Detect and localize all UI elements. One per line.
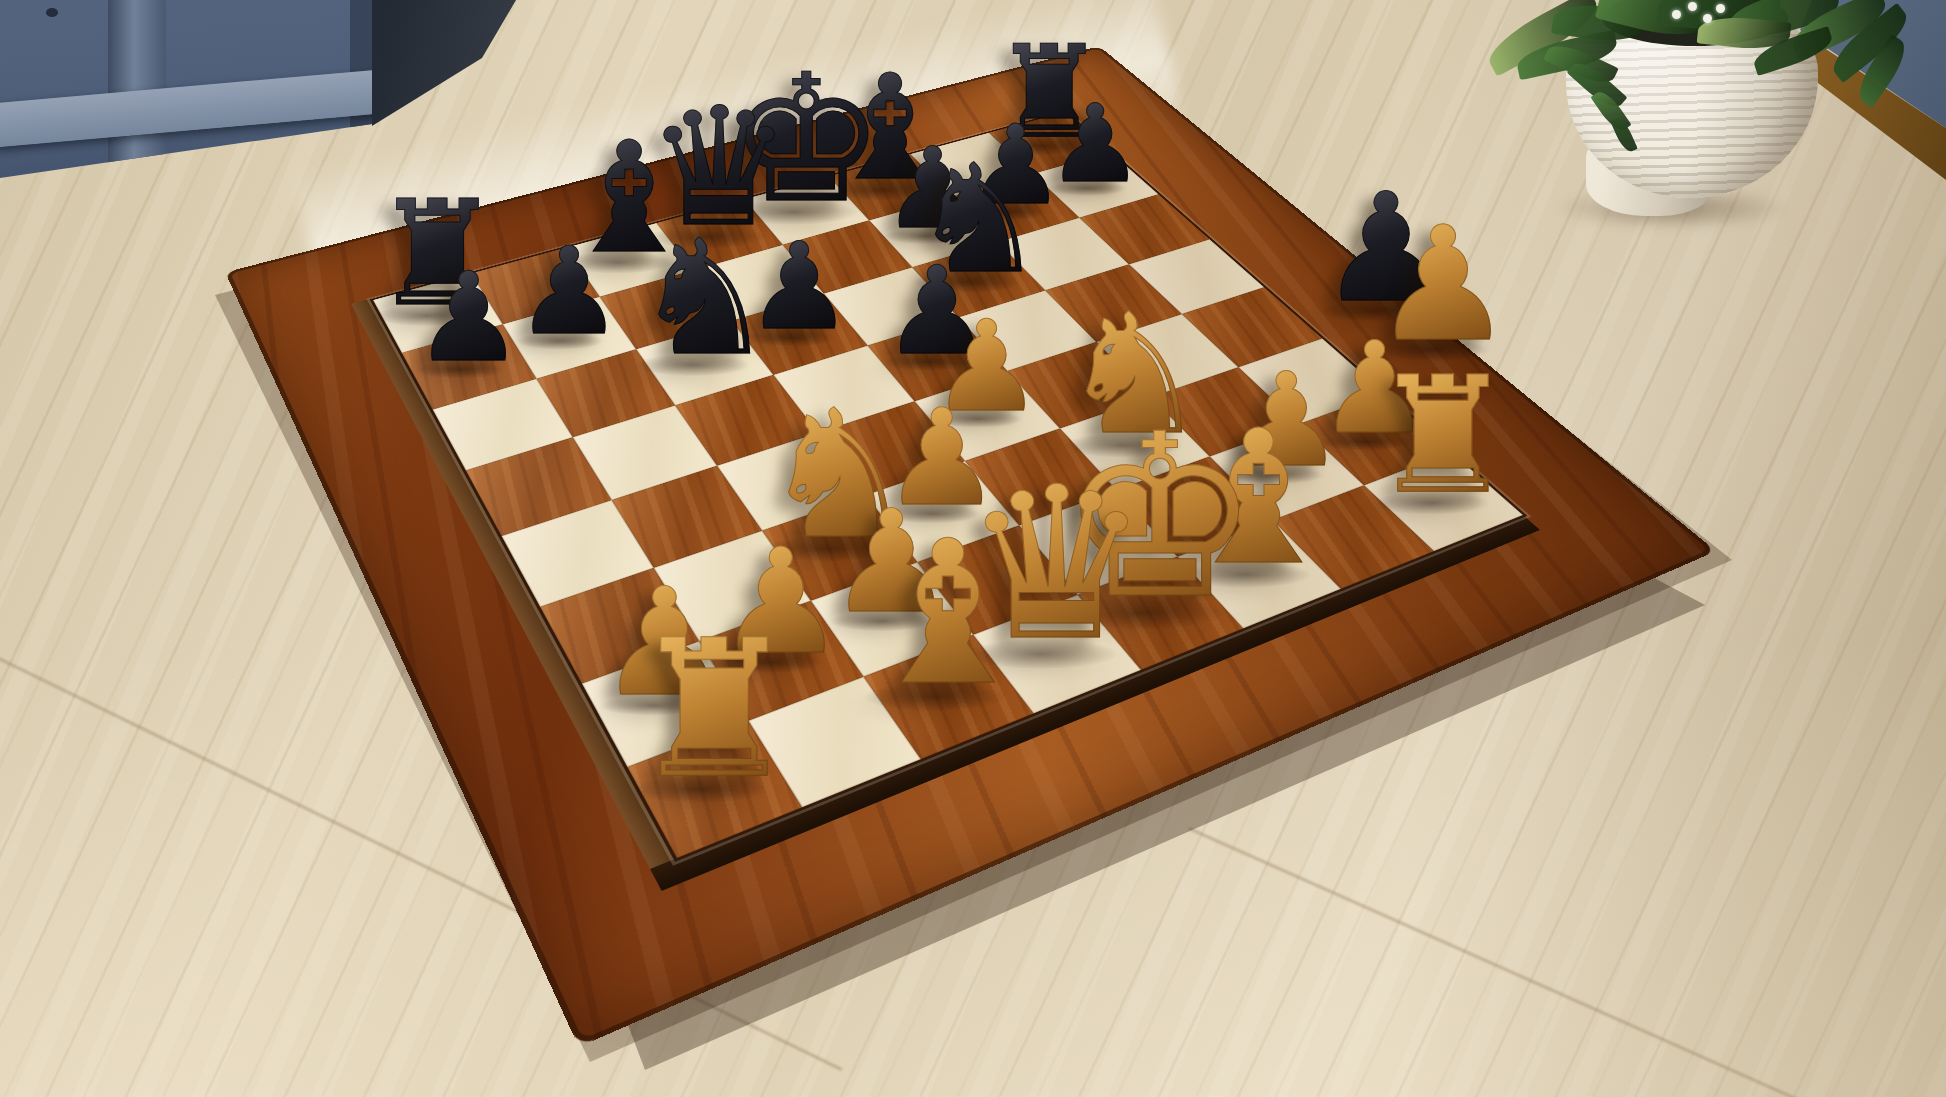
piece-white-rook-h1: ♜ bbox=[1371, 356, 1515, 517]
piece-white-rook-a1: ♜ bbox=[629, 615, 799, 805]
flower bbox=[1703, 14, 1712, 23]
piece-black-knight-c6: ♞ bbox=[633, 219, 775, 378]
photo-chess-scene: ♜♝♛♚♝♜♟♟♟♟♟♞♟♞♟♟♞♟♞♟♟♟♟♟♜♝♛♚♝♜♟♟ bbox=[0, 0, 1946, 1097]
piece-black-pawn-b7: ♟ bbox=[515, 230, 623, 350]
flower bbox=[1716, 4, 1725, 13]
flower bbox=[1688, 2, 1697, 11]
cabinet-keyhole bbox=[46, 8, 58, 17]
flower bbox=[1672, 10, 1681, 19]
piece-white-bishop-c1: ♝ bbox=[859, 515, 1036, 713]
piece-black-pawn-a7: ♟ bbox=[414, 257, 524, 380]
